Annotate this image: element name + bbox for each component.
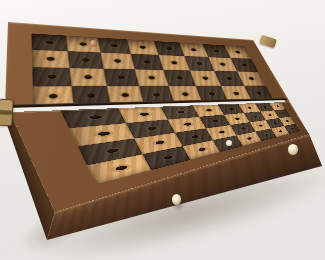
bone-peg xyxy=(226,140,232,146)
peg-hole xyxy=(184,123,192,126)
peg-hole xyxy=(198,147,206,151)
peg-hole xyxy=(291,128,294,130)
peg-hole xyxy=(263,106,267,108)
peg-hole xyxy=(281,113,285,115)
peg-hole xyxy=(206,109,213,112)
board-square xyxy=(32,67,71,86)
checkerboard-back-rows xyxy=(31,33,273,107)
board-square xyxy=(98,38,131,54)
peg-hole xyxy=(191,135,199,139)
peg-hole xyxy=(155,140,165,145)
board-square xyxy=(31,33,67,51)
peg-hole xyxy=(259,124,264,126)
peg-hole xyxy=(286,120,289,122)
peg-hole xyxy=(214,50,220,53)
peg-hole xyxy=(268,114,272,116)
board-square xyxy=(104,69,139,86)
peg-hole xyxy=(248,77,254,80)
peg-hole xyxy=(118,76,126,80)
peg-hole xyxy=(253,116,258,118)
peg-hole xyxy=(147,126,157,130)
peg-hole xyxy=(163,155,173,160)
peg-hole xyxy=(82,58,90,62)
peg-hole xyxy=(46,40,54,44)
peg-hole xyxy=(279,130,283,132)
peg-hole xyxy=(229,108,235,110)
peg-hole xyxy=(87,94,95,98)
brass-clasp xyxy=(259,35,277,49)
peg-hole xyxy=(235,51,241,54)
peg-hole xyxy=(166,47,172,50)
peg-hole xyxy=(80,42,87,46)
peg-hole xyxy=(47,57,55,61)
peg-hole xyxy=(177,111,185,114)
photo-background xyxy=(0,0,325,260)
peg-hole xyxy=(121,93,129,97)
peg-hole xyxy=(276,105,280,107)
brass-pin xyxy=(90,40,97,47)
peg-hole xyxy=(49,94,58,98)
peg-hole xyxy=(89,115,103,119)
peg-hole xyxy=(182,92,189,96)
peg-hole xyxy=(139,112,150,116)
peg-hole xyxy=(241,127,246,130)
peg-hole xyxy=(247,137,252,140)
peg-hole xyxy=(242,63,248,66)
peg-hole xyxy=(97,131,111,136)
peg-hole xyxy=(139,46,146,49)
peg-hole xyxy=(111,44,118,47)
peg-hole xyxy=(226,77,232,80)
board-back-half xyxy=(5,22,287,108)
peg-hole xyxy=(148,76,155,80)
peg-hole xyxy=(235,117,240,120)
peg-hole xyxy=(233,92,240,95)
peg-hole xyxy=(114,59,121,63)
peg-hole xyxy=(115,165,129,171)
peg-hole xyxy=(220,63,226,66)
peg-hole xyxy=(84,75,92,79)
peg-hole xyxy=(212,120,219,123)
peg-hole xyxy=(48,75,56,79)
brass-hinge xyxy=(0,99,14,127)
peg-hole xyxy=(153,93,161,97)
peg-hole xyxy=(264,133,269,136)
peg-hole xyxy=(176,76,183,79)
peg-hole xyxy=(256,91,262,94)
board-square xyxy=(70,68,107,86)
peg-hole xyxy=(171,61,178,64)
board-square xyxy=(101,53,135,70)
board-square xyxy=(32,50,70,68)
board-square xyxy=(68,51,104,69)
peg-hole xyxy=(208,92,215,96)
peg-hole xyxy=(191,48,197,51)
peg-hole xyxy=(247,107,252,109)
bone-knob-right xyxy=(288,144,298,155)
peg-hole xyxy=(202,77,209,80)
peg-hole xyxy=(106,148,120,154)
peg-hole xyxy=(273,122,277,124)
peg-hole xyxy=(196,62,202,65)
peg-hole xyxy=(219,131,226,134)
bone-knob-front xyxy=(172,194,181,205)
peg-hole xyxy=(144,60,151,63)
